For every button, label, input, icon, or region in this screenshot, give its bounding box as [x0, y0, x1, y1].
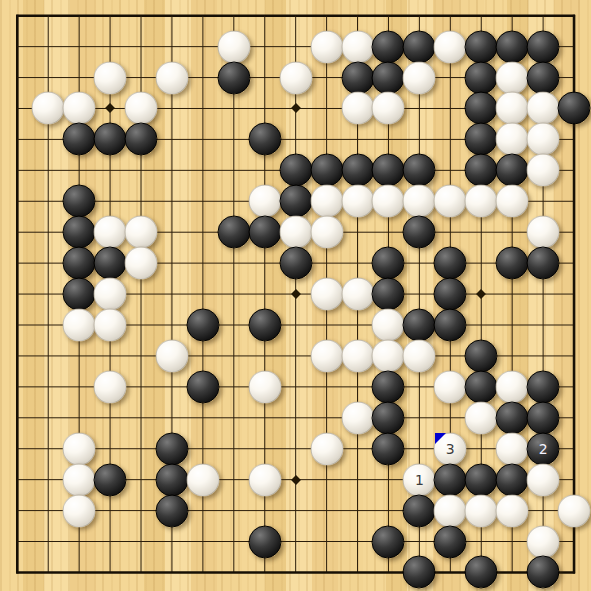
stone-black[interactable]	[63, 216, 96, 249]
stone-black[interactable]	[403, 309, 436, 342]
stone-black[interactable]	[341, 154, 374, 187]
stone-white[interactable]	[496, 432, 529, 465]
stone-white[interactable]	[341, 401, 374, 434]
stone-black[interactable]	[465, 370, 498, 403]
stone-white[interactable]	[125, 92, 158, 125]
stone-black[interactable]	[248, 309, 281, 342]
stone-white[interactable]	[94, 278, 127, 311]
stone-black[interactable]	[496, 30, 529, 63]
stone-white[interactable]	[372, 185, 405, 218]
stone-black[interactable]	[248, 123, 281, 156]
stone-white[interactable]	[341, 278, 374, 311]
stone-white[interactable]	[63, 494, 96, 527]
stone-black[interactable]	[558, 92, 591, 125]
stone-black[interactable]	[403, 216, 436, 249]
stone-black[interactable]	[465, 30, 498, 63]
stone-white[interactable]	[63, 309, 96, 342]
stone-white[interactable]	[94, 309, 127, 342]
move-number-label: 1	[415, 473, 424, 487]
stone-black[interactable]	[496, 463, 529, 496]
stone-white[interactable]	[496, 61, 529, 94]
stone-black[interactable]	[63, 278, 96, 311]
stone-white[interactable]	[403, 339, 436, 372]
stone-black[interactable]	[496, 247, 529, 280]
stone-white[interactable]	[434, 494, 467, 527]
stone-white[interactable]	[403, 185, 436, 218]
stone-white[interactable]	[434, 185, 467, 218]
stone-white[interactable]	[372, 339, 405, 372]
stone-white[interactable]	[310, 216, 343, 249]
stone-white[interactable]	[310, 432, 343, 465]
stone-black[interactable]	[341, 61, 374, 94]
stone-black[interactable]	[465, 339, 498, 372]
stone-black[interactable]	[527, 247, 560, 280]
stone-white[interactable]	[125, 247, 158, 280]
stone-black[interactable]	[372, 370, 405, 403]
stone-black[interactable]	[94, 123, 127, 156]
stone-black[interactable]	[63, 185, 96, 218]
stone-black[interactable]	[372, 61, 405, 94]
stone-white[interactable]	[310, 185, 343, 218]
stone-black[interactable]	[465, 92, 498, 125]
stone-black[interactable]	[527, 556, 560, 589]
stone-white[interactable]	[527, 525, 560, 558]
stone-black[interactable]	[434, 278, 467, 311]
stone-white[interactable]	[125, 216, 158, 249]
stone-white[interactable]	[527, 92, 560, 125]
stone-white[interactable]	[63, 92, 96, 125]
stone-black[interactable]	[434, 463, 467, 496]
go-board[interactable]: 321	[0, 0, 591, 591]
stone-white[interactable]	[341, 339, 374, 372]
stone-white[interactable]	[527, 123, 560, 156]
stone-white[interactable]	[248, 370, 281, 403]
stone-white[interactable]: 1	[403, 463, 436, 496]
stone-black[interactable]	[372, 247, 405, 280]
stone-black[interactable]	[63, 247, 96, 280]
stone-black[interactable]	[372, 432, 405, 465]
stone-black[interactable]	[465, 61, 498, 94]
stone-black[interactable]	[186, 370, 219, 403]
stone-white[interactable]	[310, 339, 343, 372]
stone-white[interactable]	[558, 494, 591, 527]
stone-white[interactable]	[372, 309, 405, 342]
stone-black[interactable]	[94, 463, 127, 496]
stone-white[interactable]	[94, 216, 127, 249]
stone-white[interactable]	[63, 432, 96, 465]
stone-black[interactable]	[94, 247, 127, 280]
stone-black[interactable]	[248, 216, 281, 249]
stone-black[interactable]	[155, 463, 188, 496]
stone-white[interactable]	[32, 92, 65, 125]
stone-white[interactable]	[248, 463, 281, 496]
stone-black[interactable]	[310, 154, 343, 187]
stone-white[interactable]	[496, 123, 529, 156]
stone-white[interactable]	[527, 154, 560, 187]
stone-white[interactable]	[496, 92, 529, 125]
stone-white[interactable]	[496, 370, 529, 403]
stone-black[interactable]	[434, 525, 467, 558]
stone-black[interactable]	[248, 525, 281, 558]
stone-black[interactable]	[527, 370, 560, 403]
stone-white[interactable]	[341, 92, 374, 125]
stone-black[interactable]	[372, 154, 405, 187]
stone-white[interactable]	[465, 185, 498, 218]
stone-black[interactable]	[465, 123, 498, 156]
stone-black[interactable]	[372, 278, 405, 311]
stone-black[interactable]	[155, 494, 188, 527]
stone-black[interactable]	[527, 30, 560, 63]
stone-black[interactable]	[125, 123, 158, 156]
stone-white[interactable]	[63, 463, 96, 496]
stone-white[interactable]	[248, 185, 281, 218]
stone-white[interactable]	[94, 61, 127, 94]
blue-triangle-marker	[435, 433, 446, 444]
stone-black[interactable]	[465, 463, 498, 496]
stone-white[interactable]	[155, 339, 188, 372]
stone-black[interactable]	[527, 401, 560, 434]
stone-black[interactable]	[465, 556, 498, 589]
stone-black[interactable]: 2	[527, 432, 560, 465]
stone-black[interactable]	[63, 123, 96, 156]
stone-white[interactable]	[527, 463, 560, 496]
stone-white[interactable]	[465, 494, 498, 527]
stone-black[interactable]	[496, 401, 529, 434]
stone-black[interactable]	[372, 401, 405, 434]
stone-black[interactable]	[403, 154, 436, 187]
stone-black[interactable]	[217, 216, 250, 249]
stone-white[interactable]	[403, 61, 436, 94]
stone-black[interactable]	[279, 185, 312, 218]
stone-white[interactable]	[434, 370, 467, 403]
stone-white[interactable]	[496, 185, 529, 218]
stone-black[interactable]	[217, 61, 250, 94]
stone-black[interactable]	[434, 309, 467, 342]
stone-black[interactable]	[155, 432, 188, 465]
stone-black[interactable]	[527, 61, 560, 94]
stone-black[interactable]	[434, 247, 467, 280]
move-number-label: 2	[539, 442, 548, 456]
stone-black[interactable]	[279, 247, 312, 280]
stone-white[interactable]	[186, 463, 219, 496]
stone-white[interactable]	[372, 92, 405, 125]
stone-white[interactable]	[527, 216, 560, 249]
move-number-label: 3	[446, 442, 455, 456]
stone-white[interactable]	[465, 401, 498, 434]
stone-black[interactable]	[279, 154, 312, 187]
stone-white[interactable]	[310, 278, 343, 311]
stone-white[interactable]	[217, 30, 250, 63]
stone-black[interactable]	[403, 30, 436, 63]
stone-black[interactable]	[372, 30, 405, 63]
stone-white[interactable]	[279, 61, 312, 94]
stone-white[interactable]	[279, 216, 312, 249]
stone-white[interactable]	[341, 185, 374, 218]
stone-black[interactable]	[372, 525, 405, 558]
stone-white[interactable]	[310, 30, 343, 63]
stone-white[interactable]	[341, 30, 374, 63]
stone-white[interactable]	[94, 370, 127, 403]
stone-white[interactable]	[434, 30, 467, 63]
stone-black[interactable]	[186, 309, 219, 342]
stone-white[interactable]	[155, 61, 188, 94]
stone-black[interactable]	[403, 494, 436, 527]
stone-black[interactable]	[465, 154, 498, 187]
stone-black[interactable]	[403, 556, 436, 589]
stone-black[interactable]	[496, 154, 529, 187]
stone-white[interactable]	[496, 494, 529, 527]
